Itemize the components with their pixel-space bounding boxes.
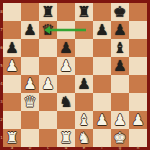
square-a5[interactable]: ♟ xyxy=(3,57,21,75)
piece-white-pawn[interactable]: ♟ xyxy=(21,75,39,93)
square-e2[interactable]: ♝ xyxy=(75,111,93,129)
square-h2[interactable]: ♟ xyxy=(129,111,147,129)
square-e1[interactable]: ♞ xyxy=(75,129,93,147)
square-e5[interactable] xyxy=(75,57,93,75)
square-a8[interactable] xyxy=(3,3,21,21)
square-b2[interactable] xyxy=(21,111,39,129)
piece-black-pawn[interactable]: ♟ xyxy=(57,39,75,57)
piece-white-queen[interactable]: ♛ xyxy=(21,93,39,111)
piece-black-bishop[interactable]: ♝ xyxy=(111,39,129,57)
square-g1[interactable]: ♚ xyxy=(111,129,129,147)
piece-white-pawn[interactable]: ♟ xyxy=(129,111,147,129)
square-f1[interactable] xyxy=(93,129,111,147)
square-c1[interactable] xyxy=(39,129,57,147)
square-c5[interactable] xyxy=(39,57,57,75)
square-b4[interactable]: ♟ xyxy=(21,75,39,93)
piece-white-pawn[interactable]: ♟ xyxy=(111,111,129,129)
piece-white-pawn[interactable]: ♟ xyxy=(3,57,21,75)
square-a3[interactable] xyxy=(3,93,21,111)
square-f7[interactable]: ♟ xyxy=(93,21,111,39)
piece-black-pawn[interactable]: ♟ xyxy=(75,75,93,93)
square-a4[interactable] xyxy=(3,75,21,93)
piece-black-pawn[interactable]: ♟ xyxy=(111,57,129,75)
square-e4[interactable]: ♟ xyxy=(75,75,93,93)
square-d2[interactable] xyxy=(57,111,75,129)
square-b7[interactable]: ♟ xyxy=(21,21,39,39)
square-d5[interactable]: ♟ xyxy=(57,57,75,75)
square-f2[interactable]: ♟ xyxy=(93,111,111,129)
square-e8[interactable]: ♜ xyxy=(75,3,93,21)
square-h8[interactable] xyxy=(129,3,147,21)
square-d1[interactable]: ♜ xyxy=(57,129,75,147)
piece-white-pawn[interactable]: ♟ xyxy=(93,111,111,129)
piece-black-king[interactable]: ♚ xyxy=(111,3,129,21)
square-g4[interactable] xyxy=(111,75,129,93)
square-g7[interactable]: ♟ xyxy=(111,21,129,39)
square-h6[interactable] xyxy=(129,39,147,57)
square-b1[interactable] xyxy=(21,129,39,147)
square-e3[interactable] xyxy=(75,93,93,111)
square-g5[interactable]: ♟ xyxy=(111,57,129,75)
piece-black-pawn[interactable]: ♟ xyxy=(93,21,111,39)
square-f3[interactable] xyxy=(93,93,111,111)
square-h4[interactable] xyxy=(129,75,147,93)
piece-white-knight[interactable]: ♞ xyxy=(75,129,93,147)
square-d4[interactable] xyxy=(57,75,75,93)
square-a7[interactable] xyxy=(3,21,21,39)
square-b3[interactable]: ♛ xyxy=(21,93,39,111)
square-a6[interactable]: ♟ xyxy=(3,39,21,57)
piece-black-pawn[interactable]: ♟ xyxy=(111,21,129,39)
square-h1[interactable] xyxy=(129,129,147,147)
square-g8[interactable]: ♚ xyxy=(111,3,129,21)
square-g2[interactable]: ♟ xyxy=(111,111,129,129)
piece-black-queen[interactable]: ♛ xyxy=(39,21,57,39)
square-g3[interactable] xyxy=(111,93,129,111)
square-f6[interactable] xyxy=(93,39,111,57)
piece-white-bishop[interactable]: ♝ xyxy=(75,111,93,129)
square-a2[interactable] xyxy=(3,111,21,129)
square-c8[interactable]: ♜ xyxy=(39,3,57,21)
square-g6[interactable]: ♝ xyxy=(111,39,129,57)
square-f8[interactable] xyxy=(93,3,111,21)
square-f5[interactable] xyxy=(93,57,111,75)
square-d7[interactable] xyxy=(57,21,75,39)
square-f4[interactable] xyxy=(93,75,111,93)
piece-white-king[interactable]: ♚ xyxy=(111,129,129,147)
chess-board-frame: ♜♜♚♟♛♟♟♟♟♝♟♟♟♟♟♟♛♞♝♟♟♟♜♜♞♚ 87654321abcde… xyxy=(0,0,150,150)
square-c4[interactable]: ♟ xyxy=(39,75,57,93)
square-b5[interactable] xyxy=(21,57,39,75)
square-d3[interactable]: ♞ xyxy=(57,93,75,111)
square-e7[interactable] xyxy=(75,21,93,39)
square-a1[interactable]: ♜ xyxy=(3,129,21,147)
piece-black-pawn[interactable]: ♟ xyxy=(3,39,21,57)
piece-black-knight[interactable]: ♞ xyxy=(57,93,75,111)
square-d6[interactable]: ♟ xyxy=(57,39,75,57)
piece-black-rook[interactable]: ♜ xyxy=(75,3,93,21)
square-d8[interactable] xyxy=(57,3,75,21)
piece-black-pawn[interactable]: ♟ xyxy=(21,21,39,39)
square-h3[interactable] xyxy=(129,93,147,111)
piece-white-rook[interactable]: ♜ xyxy=(3,129,21,147)
piece-black-rook[interactable]: ♜ xyxy=(39,3,57,21)
square-c6[interactable] xyxy=(39,39,57,57)
piece-white-pawn[interactable]: ♟ xyxy=(39,75,57,93)
piece-white-pawn[interactable]: ♟ xyxy=(57,57,75,75)
square-c7[interactable]: ♛ xyxy=(39,21,57,39)
chess-board: ♜♜♚♟♛♟♟♟♟♝♟♟♟♟♟♟♛♞♝♟♟♟♜♜♞♚ xyxy=(3,3,147,147)
square-c3[interactable] xyxy=(39,93,57,111)
square-c2[interactable] xyxy=(39,111,57,129)
square-b6[interactable] xyxy=(21,39,39,57)
square-b8[interactable] xyxy=(21,3,39,21)
square-e6[interactable] xyxy=(75,39,93,57)
square-h5[interactable] xyxy=(129,57,147,75)
square-h7[interactable] xyxy=(129,21,147,39)
piece-white-rook[interactable]: ♜ xyxy=(57,129,75,147)
